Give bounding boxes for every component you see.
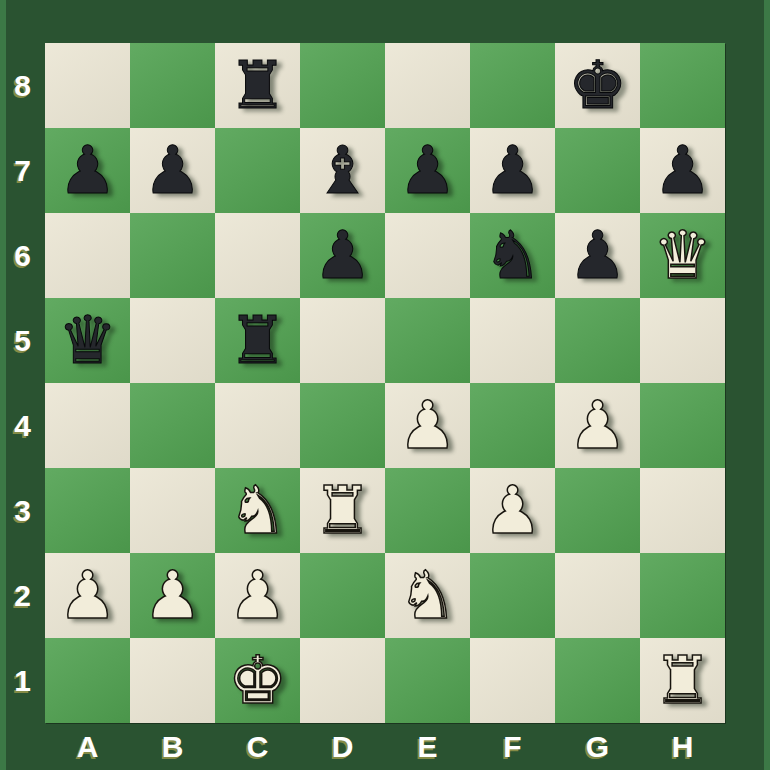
piece-black-bishop: ♝ (313, 128, 372, 213)
board: ♜♚♟♟♝♟♟♟♟♞♟♛♛♜♟♟♞♜♟♟♟♟♞♚♜ (45, 43, 725, 723)
square-h4[interactable] (640, 383, 725, 468)
piece-black-pawn: ♟ (483, 128, 542, 213)
square-g5[interactable] (555, 298, 640, 383)
piece-white-king: ♚ (228, 638, 287, 723)
piece-black-pawn: ♟ (143, 128, 202, 213)
square-e2[interactable]: ♞ (385, 553, 470, 638)
piece-white-rook: ♜ (653, 638, 712, 723)
rank-label-4: 4 (0, 383, 45, 468)
square-c1[interactable]: ♚ (215, 638, 300, 723)
square-b1[interactable] (130, 638, 215, 723)
square-c4[interactable] (215, 383, 300, 468)
piece-white-pawn: ♟ (228, 553, 287, 638)
square-e7[interactable]: ♟ (385, 128, 470, 213)
piece-black-rook: ♜ (228, 298, 287, 383)
piece-black-pawn: ♟ (58, 128, 117, 213)
square-e3[interactable] (385, 468, 470, 553)
piece-white-queen: ♛ (653, 213, 712, 298)
piece-black-pawn: ♟ (653, 128, 712, 213)
rank-label-3: 3 (0, 468, 45, 553)
square-e1[interactable] (385, 638, 470, 723)
square-a7[interactable]: ♟ (45, 128, 130, 213)
square-a2[interactable]: ♟ (45, 553, 130, 638)
piece-black-queen: ♛ (58, 298, 117, 383)
file-label-h: H (640, 723, 725, 770)
piece-white-knight: ♞ (398, 553, 457, 638)
file-label-a: A (45, 723, 130, 770)
square-h5[interactable] (640, 298, 725, 383)
square-b5[interactable] (130, 298, 215, 383)
square-c5[interactable]: ♜ (215, 298, 300, 383)
square-b8[interactable] (130, 43, 215, 128)
piece-white-rook: ♜ (313, 468, 372, 553)
square-h3[interactable] (640, 468, 725, 553)
file-label-e: E (385, 723, 470, 770)
square-d4[interactable] (300, 383, 385, 468)
rank-label-8: 8 (0, 43, 45, 128)
piece-white-pawn: ♟ (58, 553, 117, 638)
square-h2[interactable] (640, 553, 725, 638)
square-c3[interactable]: ♞ (215, 468, 300, 553)
piece-black-pawn: ♟ (568, 213, 627, 298)
square-d1[interactable] (300, 638, 385, 723)
piece-black-knight: ♞ (483, 213, 542, 298)
square-h1[interactable]: ♜ (640, 638, 725, 723)
square-d3[interactable]: ♜ (300, 468, 385, 553)
frame-bevel-right (764, 0, 770, 770)
square-g2[interactable] (555, 553, 640, 638)
square-g6[interactable]: ♟ (555, 213, 640, 298)
square-a5[interactable]: ♛ (45, 298, 130, 383)
square-c6[interactable] (215, 213, 300, 298)
square-a8[interactable] (45, 43, 130, 128)
rank-label-7: 7 (0, 128, 45, 213)
square-b4[interactable] (130, 383, 215, 468)
piece-white-pawn: ♟ (398, 383, 457, 468)
piece-white-pawn: ♟ (143, 553, 202, 638)
piece-black-pawn: ♟ (398, 128, 457, 213)
piece-black-rook: ♜ (228, 43, 287, 128)
square-g1[interactable] (555, 638, 640, 723)
square-d8[interactable] (300, 43, 385, 128)
square-f2[interactable] (470, 553, 555, 638)
square-e6[interactable] (385, 213, 470, 298)
rank-label-1: 1 (0, 638, 45, 723)
rank-label-6: 6 (0, 213, 45, 298)
square-f1[interactable] (470, 638, 555, 723)
square-b2[interactable]: ♟ (130, 553, 215, 638)
square-g7[interactable] (555, 128, 640, 213)
square-a4[interactable] (45, 383, 130, 468)
square-e5[interactable] (385, 298, 470, 383)
square-b7[interactable]: ♟ (130, 128, 215, 213)
square-c8[interactable]: ♜ (215, 43, 300, 128)
piece-black-king: ♚ (568, 43, 627, 128)
square-a6[interactable] (45, 213, 130, 298)
square-d5[interactable] (300, 298, 385, 383)
square-a1[interactable] (45, 638, 130, 723)
square-c7[interactable] (215, 128, 300, 213)
square-f4[interactable] (470, 383, 555, 468)
file-label-g: G (555, 723, 640, 770)
square-e8[interactable] (385, 43, 470, 128)
square-h6[interactable]: ♛ (640, 213, 725, 298)
square-a3[interactable] (45, 468, 130, 553)
square-g8[interactable]: ♚ (555, 43, 640, 128)
square-f5[interactable] (470, 298, 555, 383)
file-label-f: F (470, 723, 555, 770)
piece-black-pawn: ♟ (313, 213, 372, 298)
square-e4[interactable]: ♟ (385, 383, 470, 468)
chess-board-frame: 87654321 ♜♚♟♟♝♟♟♟♟♞♟♛♛♜♟♟♞♜♟♟♟♟♞♚♜ ABCDE… (0, 0, 770, 770)
piece-white-pawn: ♟ (568, 383, 627, 468)
square-f3[interactable]: ♟ (470, 468, 555, 553)
square-b6[interactable] (130, 213, 215, 298)
piece-white-knight: ♞ (228, 468, 287, 553)
rank-label-5: 5 (0, 298, 45, 383)
rank-label-2: 2 (0, 553, 45, 638)
square-f6[interactable]: ♞ (470, 213, 555, 298)
square-d7[interactable]: ♝ (300, 128, 385, 213)
square-c2[interactable]: ♟ (215, 553, 300, 638)
square-d2[interactable] (300, 553, 385, 638)
square-b3[interactable] (130, 468, 215, 553)
file-label-d: D (300, 723, 385, 770)
square-g3[interactable] (555, 468, 640, 553)
file-label-c: C (215, 723, 300, 770)
square-f8[interactable] (470, 43, 555, 128)
square-h8[interactable] (640, 43, 725, 128)
square-h7[interactable]: ♟ (640, 128, 725, 213)
square-f7[interactable]: ♟ (470, 128, 555, 213)
piece-white-pawn: ♟ (483, 468, 542, 553)
file-label-b: B (130, 723, 215, 770)
square-g4[interactable]: ♟ (555, 383, 640, 468)
square-d6[interactable]: ♟ (300, 213, 385, 298)
